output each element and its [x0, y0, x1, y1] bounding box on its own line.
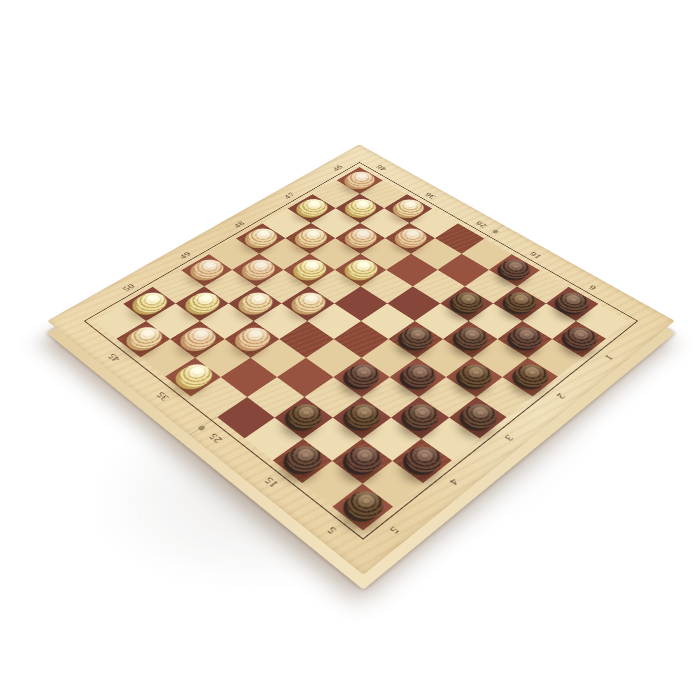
playing-area-frame — [84, 162, 638, 540]
square-light — [301, 460, 362, 506]
edge-label-left-46: 46 — [330, 164, 344, 172]
square-18[interactable] — [388, 321, 442, 358]
square-14[interactable] — [333, 397, 391, 439]
square-light — [248, 377, 305, 417]
edge-label-left-47: 47 — [282, 191, 297, 200]
square-10[interactable] — [332, 439, 392, 484]
square-light — [476, 377, 533, 417]
black-piece-20[interactable] — [282, 399, 329, 433]
square-40[interactable] — [171, 321, 225, 358]
edge-label-right-4: 4 — [446, 477, 460, 487]
square-34[interactable] — [225, 321, 279, 358]
edge-label-bottom-25: 25 — [207, 431, 225, 444]
square-light — [421, 417, 480, 460]
edge-label-bottom-45: 45 — [106, 351, 123, 362]
square-45[interactable] — [116, 321, 170, 358]
white-piece-40[interactable] — [178, 323, 222, 353]
square-light — [244, 417, 303, 460]
edge-label-right-5: 5 — [386, 524, 400, 535]
black-piece-12[interactable] — [449, 323, 493, 353]
black-piece-3[interactable] — [456, 399, 503, 433]
square-12[interactable] — [443, 321, 497, 358]
black-piece-4[interactable] — [400, 441, 449, 477]
square-light — [362, 417, 421, 460]
square-15[interactable] — [272, 438, 332, 483]
square-8[interactable] — [446, 358, 502, 397]
black-piece-9[interactable] — [398, 399, 445, 433]
edge-label-bottom-35: 35 — [155, 390, 172, 402]
white-piece-34[interactable] — [232, 323, 276, 353]
square-light — [191, 377, 248, 417]
square-24[interactable] — [277, 358, 333, 397]
edge-label-top-6: 6 — [588, 283, 599, 291]
square-1[interactable] — [552, 321, 606, 358]
black-piece-18[interactable] — [395, 323, 439, 353]
square-light — [196, 339, 251, 377]
black-piece-19[interactable] — [340, 360, 386, 392]
square-5[interactable] — [332, 483, 394, 531]
photo-canvas: 463626166453525155464748495012345 — [0, 0, 700, 700]
black-piece-7[interactable] — [504, 323, 548, 353]
square-light — [527, 339, 582, 377]
square-light — [306, 339, 361, 377]
square-3[interactable] — [449, 397, 507, 439]
black-piece-2[interactable] — [509, 360, 555, 392]
square-light — [472, 339, 527, 377]
square-light — [362, 377, 419, 417]
square-7[interactable] — [497, 321, 551, 358]
square-30[interactable] — [221, 358, 277, 397]
black-piece-10[interactable] — [340, 441, 389, 477]
edge-label-left-49: 49 — [177, 250, 192, 260]
square-23[interactable] — [334, 321, 388, 358]
square-2[interactable] — [502, 358, 558, 397]
white-piece-35[interactable] — [172, 360, 218, 392]
edge-label-right-3: 3 — [501, 433, 515, 443]
black-piece-8[interactable] — [453, 360, 499, 392]
square-20[interactable] — [275, 397, 333, 439]
black-piece-15[interactable] — [280, 441, 329, 477]
square-light — [140, 339, 195, 377]
black-piece-1[interactable] — [558, 323, 602, 353]
edge-label-left-48: 48 — [231, 219, 246, 228]
edge-label-top-46: 46 — [375, 164, 389, 172]
square-13[interactable] — [390, 358, 446, 397]
square-19[interactable] — [333, 358, 389, 397]
square-light — [251, 339, 306, 377]
edge-label-top-26: 26 — [474, 219, 489, 228]
square-4[interactable] — [392, 438, 452, 483]
hinge-pin — [198, 425, 206, 431]
draughts-board: 463626166453525155464748495012345 — [47, 144, 675, 575]
edge-label-top-16: 16 — [528, 250, 543, 260]
square-35[interactable] — [165, 358, 221, 397]
edge-label-right-1: 1 — [602, 353, 615, 361]
black-piece-5[interactable] — [339, 486, 390, 525]
square-light — [419, 377, 476, 417]
square-light — [363, 460, 424, 506]
square-light — [361, 339, 416, 377]
black-piece-14[interactable] — [340, 399, 387, 433]
board-face: 463626166453525155464748495012345 — [47, 144, 675, 575]
square-29[interactable] — [280, 321, 334, 358]
edge-label-top-36: 36 — [423, 191, 438, 200]
square-light — [417, 339, 472, 377]
square-light — [305, 377, 362, 417]
square-9[interactable] — [391, 397, 449, 439]
edge-label-bottom-15: 15 — [263, 475, 281, 489]
edge-label-bottom-5: 5 — [325, 524, 339, 535]
edge-label-right-2: 2 — [553, 391, 566, 400]
white-piece-45[interactable] — [123, 323, 167, 353]
black-piece-13[interactable] — [397, 360, 443, 392]
scene: 463626166453525155464748495012345 — [0, 0, 700, 700]
square-25[interactable] — [217, 397, 275, 439]
square-light — [303, 417, 362, 460]
board-grid — [93, 167, 629, 531]
